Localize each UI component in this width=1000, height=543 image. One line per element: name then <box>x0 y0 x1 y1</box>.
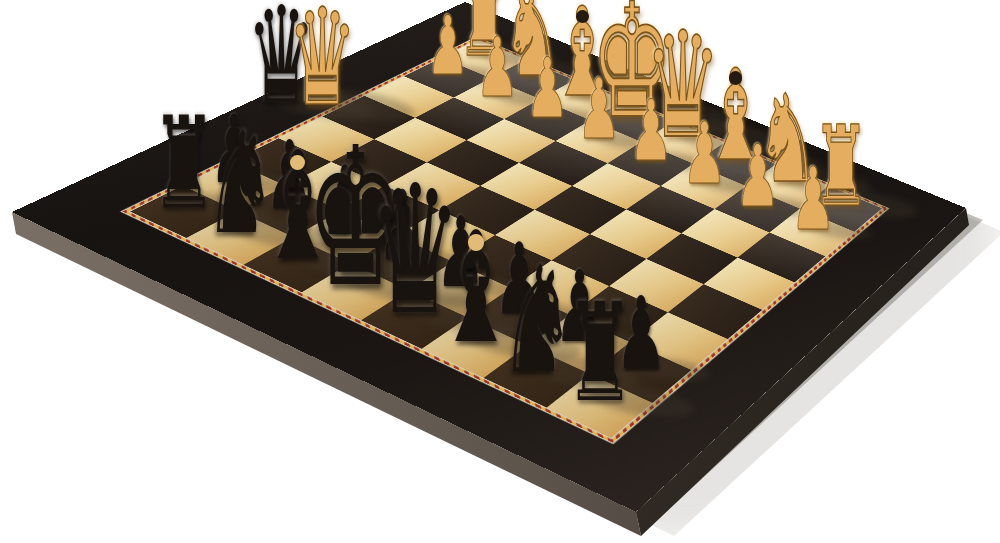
piece-white-pawn-a2[interactable]: ♟ <box>774 156 852 243</box>
piece-black-rook-a8[interactable]: ♜ <box>539 286 661 422</box>
black-rook-glyph: ♜ <box>565 286 636 422</box>
chess-set-product-photo: ♜♞♝♛♚♝♞♜♟♟♟♟♟♟♟♟♟♟♟♟♟♟♟♟♜♞♝♛♚♝♞♜♛♛ <box>0 0 1000 543</box>
white-pawn-glyph: ♟ <box>790 156 835 243</box>
